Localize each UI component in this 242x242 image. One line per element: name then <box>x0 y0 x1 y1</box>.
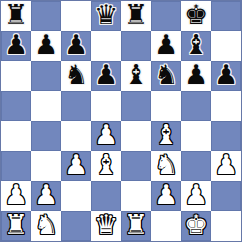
black-pawn-h6[interactable]: ♟ <box>214 60 238 90</box>
black-bishop-g7[interactable]: ♝ <box>184 30 208 60</box>
square-f4[interactable]: ♝ <box>151 121 181 151</box>
black-knight-f6[interactable]: ♞ <box>154 60 178 90</box>
square-e7[interactable] <box>121 31 151 61</box>
square-g2[interactable]: ♟ <box>181 181 211 211</box>
square-e4[interactable] <box>121 121 151 151</box>
square-b5[interactable] <box>31 91 61 121</box>
square-c6[interactable]: ♞ <box>61 61 91 91</box>
square-b1[interactable]: ♞ <box>31 211 61 241</box>
square-h5[interactable] <box>211 91 241 121</box>
square-a3[interactable] <box>1 151 31 181</box>
square-b4[interactable] <box>31 121 61 151</box>
square-h4[interactable] <box>211 121 241 151</box>
square-a6[interactable] <box>1 61 31 91</box>
square-f2[interactable]: ♟ <box>151 181 181 211</box>
black-pawn-g6[interactable]: ♟ <box>184 60 208 90</box>
square-f1[interactable] <box>151 211 181 241</box>
white-queen-d1[interactable]: ♛ <box>94 210 118 240</box>
square-h8[interactable] <box>211 1 241 31</box>
black-pawn-f7[interactable]: ♟ <box>154 30 178 60</box>
square-d6[interactable]: ♟ <box>91 61 121 91</box>
white-pawn-c3[interactable]: ♟ <box>64 150 88 180</box>
square-d5[interactable] <box>91 91 121 121</box>
square-b6[interactable] <box>31 61 61 91</box>
square-f3[interactable]: ♞ <box>151 151 181 181</box>
white-knight-b1[interactable]: ♞ <box>34 210 58 240</box>
square-a2[interactable]: ♟ <box>1 181 31 211</box>
square-h6[interactable]: ♟ <box>211 61 241 91</box>
square-d3[interactable]: ♝ <box>91 151 121 181</box>
black-rook-a8[interactable]: ♜ <box>4 0 28 30</box>
square-d2[interactable] <box>91 181 121 211</box>
square-f6[interactable]: ♞ <box>151 61 181 91</box>
square-f5[interactable] <box>151 91 181 121</box>
square-h3[interactable]: ♟ <box>211 151 241 181</box>
square-c8[interactable] <box>61 1 91 31</box>
square-e8[interactable]: ♜ <box>121 1 151 31</box>
square-g8[interactable]: ♚ <box>181 1 211 31</box>
square-h2[interactable] <box>211 181 241 211</box>
chess-board: ♜♛♜♚♟♟♟♟♝♞♟♝♞♟♟♟♝♟♝♞♟♟♟♟♟♜♞♛♜♚ <box>0 0 242 242</box>
white-bishop-f4[interactable]: ♝ <box>154 120 178 150</box>
black-pawn-a7[interactable]: ♟ <box>4 30 28 60</box>
square-b8[interactable] <box>31 1 61 31</box>
square-c4[interactable] <box>61 121 91 151</box>
white-pawn-f2[interactable]: ♟ <box>154 180 178 210</box>
white-pawn-g2[interactable]: ♟ <box>184 180 208 210</box>
black-knight-c6[interactable]: ♞ <box>64 60 88 90</box>
square-d7[interactable] <box>91 31 121 61</box>
square-c3[interactable]: ♟ <box>61 151 91 181</box>
white-rook-a1[interactable]: ♜ <box>4 210 28 240</box>
white-pawn-d4[interactable]: ♟ <box>94 120 118 150</box>
square-e1[interactable]: ♜ <box>121 211 151 241</box>
square-c1[interactable] <box>61 211 91 241</box>
black-pawn-d6[interactable]: ♟ <box>94 60 118 90</box>
square-a1[interactable]: ♜ <box>1 211 31 241</box>
black-bishop-e6[interactable]: ♝ <box>124 60 148 90</box>
square-g1[interactable]: ♚ <box>181 211 211 241</box>
square-g4[interactable] <box>181 121 211 151</box>
square-c2[interactable] <box>61 181 91 211</box>
square-e5[interactable] <box>121 91 151 121</box>
square-e2[interactable] <box>121 181 151 211</box>
white-bishop-d3[interactable]: ♝ <box>94 150 118 180</box>
square-g5[interactable] <box>181 91 211 121</box>
square-a4[interactable] <box>1 121 31 151</box>
square-d1[interactable]: ♛ <box>91 211 121 241</box>
square-b7[interactable]: ♟ <box>31 31 61 61</box>
square-f7[interactable]: ♟ <box>151 31 181 61</box>
white-king-g1[interactable]: ♚ <box>184 210 208 240</box>
square-c7[interactable]: ♟ <box>61 31 91 61</box>
square-b3[interactable] <box>31 151 61 181</box>
white-pawn-b2[interactable]: ♟ <box>34 180 58 210</box>
square-a7[interactable]: ♟ <box>1 31 31 61</box>
square-h7[interactable] <box>211 31 241 61</box>
square-g3[interactable] <box>181 151 211 181</box>
white-rook-e1[interactable]: ♜ <box>124 210 148 240</box>
square-d8[interactable]: ♛ <box>91 1 121 31</box>
square-e3[interactable] <box>121 151 151 181</box>
black-queen-d8[interactable]: ♛ <box>94 0 118 30</box>
white-pawn-h3[interactable]: ♟ <box>214 150 238 180</box>
black-king-g8[interactable]: ♚ <box>184 0 208 30</box>
square-g6[interactable]: ♟ <box>181 61 211 91</box>
black-rook-e8[interactable]: ♜ <box>124 0 148 30</box>
square-d4[interactable]: ♟ <box>91 121 121 151</box>
square-a5[interactable] <box>1 91 31 121</box>
square-e6[interactable]: ♝ <box>121 61 151 91</box>
square-c5[interactable] <box>61 91 91 121</box>
black-pawn-b7[interactable]: ♟ <box>34 30 58 60</box>
white-knight-f3[interactable]: ♞ <box>154 150 178 180</box>
square-g7[interactable]: ♝ <box>181 31 211 61</box>
black-pawn-c7[interactable]: ♟ <box>64 30 88 60</box>
white-pawn-a2[interactable]: ♟ <box>4 180 28 210</box>
square-a8[interactable]: ♜ <box>1 1 31 31</box>
square-f8[interactable] <box>151 1 181 31</box>
square-b2[interactable]: ♟ <box>31 181 61 211</box>
square-h1[interactable] <box>211 211 241 241</box>
